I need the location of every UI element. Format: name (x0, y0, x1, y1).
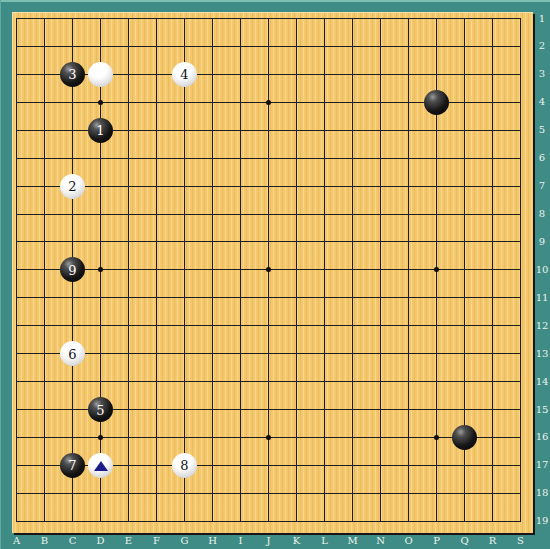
triangle-marker-icon (94, 461, 108, 471)
grid-line-v-18 (520, 18, 521, 522)
row-label-11: 11 (534, 292, 550, 304)
row-label-15: 15 (534, 404, 550, 416)
grid-line-v-11 (324, 18, 325, 522)
stone-black-P4[interactable] (424, 90, 449, 115)
row-label-3: 3 (534, 68, 550, 80)
stone-number: 9 (68, 264, 76, 277)
stone-white-C7[interactable]: 2 (60, 174, 85, 199)
column-label-I: I (231, 535, 251, 547)
go-board[interactable]: 123456789 (12, 12, 533, 533)
stone-number: 6 (68, 348, 76, 361)
row-label-4: 4 (534, 96, 550, 108)
stone-number: 2 (68, 180, 76, 193)
star-point (434, 435, 439, 440)
row-label-6: 6 (534, 152, 550, 164)
stone-black-Q16[interactable] (452, 425, 477, 450)
grid-line-v-12 (352, 18, 353, 522)
row-label-12: 12 (534, 320, 550, 332)
column-label-S: S (511, 535, 531, 547)
stone-black-D15[interactable]: 5 (88, 397, 113, 422)
column-label-A: A (7, 535, 27, 547)
column-label-J: J (259, 535, 279, 547)
row-label-7: 7 (534, 180, 550, 192)
stone-white-C13[interactable]: 6 (60, 341, 85, 366)
grid-line-v-14 (408, 18, 409, 522)
row-label-9: 9 (534, 236, 550, 248)
row-label-14: 14 (534, 376, 550, 388)
row-label-16: 16 (534, 431, 550, 443)
row-label-1: 1 (534, 13, 550, 25)
star-point (98, 100, 103, 105)
stone-white-D17[interactable] (88, 453, 113, 478)
star-point (98, 267, 103, 272)
column-label-H: H (203, 535, 223, 547)
grid-line-h-18 (16, 521, 521, 522)
star-point (434, 267, 439, 272)
row-label-19: 19 (534, 515, 550, 527)
row-label-2: 2 (534, 40, 550, 52)
stone-number: 4 (180, 68, 188, 81)
column-label-D: D (91, 535, 111, 547)
stone-black-C3[interactable]: 3 (60, 62, 85, 87)
stone-black-C17[interactable]: 7 (60, 453, 85, 478)
star-point (266, 435, 271, 440)
stone-number: 8 (180, 459, 188, 472)
stone-number: 1 (96, 124, 104, 137)
grid-line-h-12 (16, 353, 521, 354)
row-label-17: 17 (534, 459, 550, 471)
stone-number: 5 (96, 404, 104, 417)
stone-number: 7 (68, 459, 76, 472)
grid-line-h-11 (16, 325, 521, 326)
grid-line-h-17 (16, 493, 521, 494)
row-label-13: 13 (534, 348, 550, 360)
column-label-N: N (371, 535, 391, 547)
star-point (266, 100, 271, 105)
row-label-8: 8 (534, 208, 550, 220)
column-label-O: O (399, 535, 419, 547)
grid-line-h-10 (16, 297, 521, 298)
row-label-18: 18 (534, 487, 550, 499)
column-label-B: B (35, 535, 55, 547)
stone-white-G3[interactable]: 4 (172, 62, 197, 87)
stone-white-G17[interactable]: 8 (172, 453, 197, 478)
column-label-M: M (343, 535, 363, 547)
column-label-L: L (315, 535, 335, 547)
grid-line-v-10 (296, 18, 297, 522)
row-label-10: 10 (534, 264, 550, 276)
stone-white-D3[interactable] (88, 62, 113, 87)
frame-highlight-left (0, 0, 1, 549)
stone-number: 3 (68, 68, 76, 81)
column-label-P: P (427, 535, 447, 547)
grid-line-v-17 (492, 18, 493, 522)
column-label-E: E (119, 535, 139, 547)
stone-black-D5[interactable]: 1 (88, 118, 113, 143)
column-label-C: C (63, 535, 83, 547)
go-board-window: 123456789 ABCDEFGHIJKLMNOPQRS 1234567891… (0, 0, 550, 549)
column-label-R: R (483, 535, 503, 547)
star-point (266, 267, 271, 272)
column-label-Q: Q (455, 535, 475, 547)
row-label-5: 5 (534, 124, 550, 136)
star-point (98, 435, 103, 440)
grid-line-v-13 (380, 18, 381, 522)
column-label-K: K (287, 535, 307, 547)
column-label-G: G (175, 535, 195, 547)
column-label-F: F (147, 535, 167, 547)
stone-black-C10[interactable]: 9 (60, 257, 85, 282)
grid-line-h-13 (16, 381, 521, 382)
frame-highlight-top (0, 0, 550, 2)
